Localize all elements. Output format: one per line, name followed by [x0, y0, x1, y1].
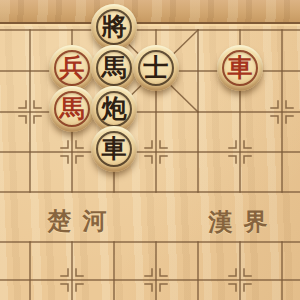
- xiangqi-board: 楚河 漢界 將兵馬士車馬炮車: [0, 0, 300, 300]
- red-soldier[interactable]: 兵: [49, 45, 95, 91]
- piece-glyph: 車: [228, 55, 253, 80]
- piece-glyph: 馬: [60, 96, 85, 121]
- black-advisor[interactable]: 士: [133, 45, 179, 91]
- piece-glyph: 士: [144, 55, 169, 80]
- piece-glyph: 將: [102, 14, 127, 39]
- river-label-chu-he: 楚河: [37, 205, 118, 237]
- black-chariot[interactable]: 車: [91, 126, 137, 172]
- piece-glyph: 兵: [60, 55, 85, 80]
- black-general[interactable]: 將: [91, 4, 137, 50]
- piece-glyph: 馬: [102, 55, 127, 80]
- river-label-han-jie: 漢界: [198, 206, 279, 238]
- red-chariot[interactable]: 車: [217, 45, 263, 91]
- piece-glyph: 炮: [102, 96, 127, 121]
- piece-glyph: 車: [102, 136, 127, 161]
- black-horse[interactable]: 馬: [91, 45, 137, 91]
- red-horse[interactable]: 馬: [49, 86, 95, 132]
